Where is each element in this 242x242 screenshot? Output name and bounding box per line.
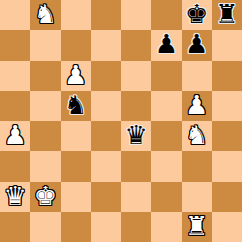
square-f5[interactable]: [151, 91, 181, 121]
piece-white-queen[interactable]: ♛: [3, 181, 26, 211]
square-b2[interactable]: ♚: [30, 182, 60, 212]
square-d7[interactable]: [91, 30, 121, 60]
square-a3[interactable]: [0, 151, 30, 181]
square-f6[interactable]: [151, 61, 181, 91]
square-b7[interactable]: [30, 30, 60, 60]
square-b6[interactable]: [30, 61, 60, 91]
square-d1[interactable]: [91, 212, 121, 242]
square-e2[interactable]: [121, 182, 151, 212]
square-b4[interactable]: [30, 121, 60, 151]
square-g8[interactable]: ♚: [182, 0, 212, 30]
piece-black-pawn[interactable]: ♟: [155, 29, 178, 59]
square-g5[interactable]: ♟: [182, 91, 212, 121]
piece-black-pawn[interactable]: ♟: [185, 29, 208, 59]
square-a6[interactable]: [0, 61, 30, 91]
square-h1[interactable]: [212, 212, 242, 242]
piece-white-pawn[interactable]: ♟: [3, 120, 26, 150]
piece-white-knight[interactable]: ♞: [34, 0, 57, 29]
square-f4[interactable]: [151, 121, 181, 151]
piece-black-queen[interactable]: ♛: [124, 120, 147, 150]
square-d3[interactable]: [91, 151, 121, 181]
square-f8[interactable]: [151, 0, 181, 30]
piece-white-pawn[interactable]: ♟: [64, 60, 87, 90]
piece-white-king[interactable]: ♚: [34, 181, 57, 211]
square-f1[interactable]: [151, 212, 181, 242]
square-b8[interactable]: ♞: [30, 0, 60, 30]
square-e3[interactable]: [121, 151, 151, 181]
square-d2[interactable]: [91, 182, 121, 212]
square-c5[interactable]: ♞: [61, 91, 91, 121]
piece-white-knight[interactable]: ♞: [185, 120, 208, 150]
square-h8[interactable]: ♜: [212, 0, 242, 30]
square-h7[interactable]: [212, 30, 242, 60]
square-a8[interactable]: [0, 0, 30, 30]
piece-white-pawn[interactable]: ♟: [185, 90, 208, 120]
square-h3[interactable]: [212, 151, 242, 181]
square-f3[interactable]: [151, 151, 181, 181]
square-d6[interactable]: [91, 61, 121, 91]
square-c8[interactable]: [61, 0, 91, 30]
square-g4[interactable]: ♞: [182, 121, 212, 151]
square-a7[interactable]: [0, 30, 30, 60]
square-e4[interactable]: ♛: [121, 121, 151, 151]
piece-black-king[interactable]: ♚: [185, 0, 208, 29]
square-e1[interactable]: [121, 212, 151, 242]
square-b5[interactable]: [30, 91, 60, 121]
square-c1[interactable]: [61, 212, 91, 242]
square-c3[interactable]: [61, 151, 91, 181]
square-c7[interactable]: [61, 30, 91, 60]
square-g3[interactable]: [182, 151, 212, 181]
square-g6[interactable]: [182, 61, 212, 91]
piece-black-knight[interactable]: ♞: [64, 90, 87, 120]
square-d8[interactable]: [91, 0, 121, 30]
square-a5[interactable]: [0, 91, 30, 121]
square-c6[interactable]: ♟: [61, 61, 91, 91]
square-d4[interactable]: [91, 121, 121, 151]
square-b3[interactable]: [30, 151, 60, 181]
square-h2[interactable]: [212, 182, 242, 212]
square-a4[interactable]: ♟: [0, 121, 30, 151]
square-b1[interactable]: [30, 212, 60, 242]
square-g7[interactable]: ♟: [182, 30, 212, 60]
square-g1[interactable]: ♜: [182, 212, 212, 242]
square-g2[interactable]: [182, 182, 212, 212]
chess-board: ♞♚♜♟♟♟♞♟♟♛♞♛♚♜: [0, 0, 242, 242]
square-h6[interactable]: [212, 61, 242, 91]
chess-board-screenshot: ♞♚♜♟♟♟♞♟♟♛♞♛♚♜: [0, 0, 242, 242]
piece-white-rook[interactable]: ♜: [185, 211, 208, 241]
square-d5[interactable]: [91, 91, 121, 121]
square-e5[interactable]: [121, 91, 151, 121]
piece-black-rook[interactable]: ♜: [215, 0, 238, 29]
square-e7[interactable]: [121, 30, 151, 60]
square-e8[interactable]: [121, 0, 151, 30]
square-f2[interactable]: [151, 182, 181, 212]
square-h4[interactable]: [212, 121, 242, 151]
square-e6[interactable]: [121, 61, 151, 91]
square-c4[interactable]: [61, 121, 91, 151]
square-c2[interactable]: [61, 182, 91, 212]
square-a2[interactable]: ♛: [0, 182, 30, 212]
square-h5[interactable]: [212, 91, 242, 121]
square-f7[interactable]: ♟: [151, 30, 181, 60]
square-a1[interactable]: [0, 212, 30, 242]
